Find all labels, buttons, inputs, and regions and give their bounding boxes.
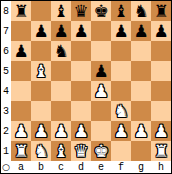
piece-black-knight[interactable]: ♞ bbox=[53, 41, 68, 61]
square-b4[interactable] bbox=[31, 81, 51, 101]
file-label-a: a bbox=[11, 161, 31, 173]
square-c1[interactable]: ♝ bbox=[51, 141, 71, 161]
piece-black-pawn[interactable]: ♟ bbox=[113, 21, 128, 41]
piece-black-queen[interactable]: ♛ bbox=[73, 1, 88, 21]
square-c3[interactable] bbox=[51, 101, 71, 121]
piece-white-pawn[interactable]: ♟ bbox=[33, 121, 48, 141]
piece-white-rook[interactable]: ♜ bbox=[153, 141, 168, 161]
chess-board-widget: 8♜♝♛♚♝♞♜7♟♟♟♟♟♟6♟♞5♝♟4♟3♞2♟♟♟♟♟♟♟1♜♞♝♛♚♜… bbox=[0, 0, 172, 174]
piece-white-knight[interactable]: ♞ bbox=[113, 101, 128, 121]
piece-white-pawn[interactable]: ♟ bbox=[93, 81, 108, 101]
square-d1[interactable]: ♛ bbox=[71, 141, 91, 161]
square-a5[interactable] bbox=[11, 61, 31, 81]
rank-label-6: 6 bbox=[1, 41, 11, 61]
file-label-c: c bbox=[51, 161, 71, 173]
square-h8[interactable]: ♜ bbox=[151, 1, 171, 21]
square-f1[interactable] bbox=[111, 141, 131, 161]
square-g7[interactable]: ♟ bbox=[131, 21, 151, 41]
square-d7[interactable]: ♟ bbox=[71, 21, 91, 41]
piece-white-pawn[interactable]: ♟ bbox=[13, 121, 28, 141]
square-h4[interactable] bbox=[151, 81, 171, 101]
square-g6[interactable] bbox=[131, 41, 151, 61]
square-b6[interactable] bbox=[31, 41, 51, 61]
square-g8[interactable]: ♞ bbox=[131, 1, 151, 21]
file-label-g: g bbox=[131, 161, 151, 173]
square-e4[interactable]: ♟ bbox=[91, 81, 111, 101]
square-a1[interactable]: ♜ bbox=[11, 141, 31, 161]
square-d4[interactable] bbox=[71, 81, 91, 101]
piece-black-pawn[interactable]: ♟ bbox=[53, 21, 68, 41]
rank-label-3: 3 bbox=[1, 101, 11, 121]
piece-black-bishop[interactable]: ♝ bbox=[53, 1, 68, 21]
piece-white-pawn[interactable]: ♟ bbox=[153, 121, 168, 141]
square-e7[interactable] bbox=[91, 21, 111, 41]
square-h3[interactable] bbox=[151, 101, 171, 121]
square-b2[interactable]: ♟ bbox=[31, 121, 51, 141]
square-h6[interactable] bbox=[151, 41, 171, 61]
square-a3[interactable] bbox=[11, 101, 31, 121]
piece-black-pawn[interactable]: ♟ bbox=[73, 21, 88, 41]
square-h5[interactable] bbox=[151, 61, 171, 81]
square-f2[interactable]: ♟ bbox=[111, 121, 131, 141]
square-g3[interactable] bbox=[131, 101, 151, 121]
piece-white-pawn[interactable]: ♟ bbox=[53, 121, 68, 141]
square-d2[interactable]: ♟ bbox=[71, 121, 91, 141]
piece-black-pawn[interactable]: ♟ bbox=[93, 61, 108, 81]
rank-label-2: 2 bbox=[1, 121, 11, 141]
square-h7[interactable]: ♟ bbox=[151, 21, 171, 41]
square-a4[interactable] bbox=[11, 81, 31, 101]
square-d5[interactable] bbox=[71, 61, 91, 81]
square-f3[interactable]: ♞ bbox=[111, 101, 131, 121]
square-d8[interactable]: ♛ bbox=[71, 1, 91, 21]
square-a6[interactable]: ♟ bbox=[11, 41, 31, 61]
piece-white-pawn[interactable]: ♟ bbox=[113, 121, 128, 141]
square-e3[interactable] bbox=[91, 101, 111, 121]
square-f7[interactable]: ♟ bbox=[111, 21, 131, 41]
square-b3[interactable] bbox=[31, 101, 51, 121]
file-label-e: e bbox=[91, 161, 111, 173]
piece-white-bishop[interactable]: ♝ bbox=[33, 61, 48, 81]
square-b1[interactable]: ♞ bbox=[31, 141, 51, 161]
file-label-f: f bbox=[111, 161, 131, 173]
piece-black-pawn[interactable]: ♟ bbox=[153, 21, 168, 41]
square-e8[interactable]: ♚ bbox=[91, 1, 111, 21]
square-d3[interactable] bbox=[71, 101, 91, 121]
rank-label-7: 7 bbox=[1, 21, 11, 41]
square-b5[interactable]: ♝ bbox=[31, 61, 51, 81]
square-f4[interactable] bbox=[111, 81, 131, 101]
piece-white-pawn[interactable]: ♟ bbox=[133, 121, 148, 141]
square-b7[interactable]: ♟ bbox=[31, 21, 51, 41]
rank-label-4: 4 bbox=[1, 81, 11, 101]
square-f6[interactable] bbox=[111, 41, 131, 61]
square-e6[interactable] bbox=[91, 41, 111, 61]
file-label-b: b bbox=[31, 161, 51, 173]
square-c6[interactable]: ♞ bbox=[51, 41, 71, 61]
piece-white-bishop[interactable]: ♝ bbox=[53, 141, 68, 161]
square-a8[interactable]: ♜ bbox=[11, 1, 31, 21]
square-g4[interactable] bbox=[131, 81, 151, 101]
square-a2[interactable]: ♟ bbox=[11, 121, 31, 141]
square-c8[interactable]: ♝ bbox=[51, 1, 71, 21]
square-c2[interactable]: ♟ bbox=[51, 121, 71, 141]
piece-white-king[interactable]: ♚ bbox=[93, 141, 108, 161]
piece-white-knight[interactable]: ♞ bbox=[33, 141, 48, 161]
square-h1[interactable]: ♜ bbox=[151, 141, 171, 161]
piece-black-rook[interactable]: ♜ bbox=[13, 1, 28, 21]
square-b8[interactable] bbox=[31, 1, 51, 21]
square-c4[interactable] bbox=[51, 81, 71, 101]
square-g5[interactable] bbox=[131, 61, 151, 81]
piece-black-king[interactable]: ♚ bbox=[93, 1, 108, 21]
piece-white-queen[interactable]: ♛ bbox=[73, 141, 88, 161]
piece-black-bishop[interactable]: ♝ bbox=[113, 1, 128, 21]
rank-label-8: 8 bbox=[1, 1, 11, 21]
side-to-move-indicator: ○ bbox=[1, 161, 11, 173]
square-a7[interactable] bbox=[11, 21, 31, 41]
piece-black-knight[interactable]: ♞ bbox=[133, 1, 148, 21]
square-c7[interactable]: ♟ bbox=[51, 21, 71, 41]
piece-black-pawn[interactable]: ♟ bbox=[13, 41, 28, 61]
square-f5[interactable] bbox=[111, 61, 131, 81]
piece-white-pawn[interactable]: ♟ bbox=[73, 121, 88, 141]
file-label-h: h bbox=[151, 161, 171, 173]
square-d6[interactable] bbox=[71, 41, 91, 61]
square-e2[interactable] bbox=[91, 121, 111, 141]
rank-label-1: 1 bbox=[1, 141, 11, 161]
piece-black-pawn[interactable]: ♟ bbox=[33, 21, 48, 41]
square-e1[interactable]: ♚ bbox=[91, 141, 111, 161]
file-label-d: d bbox=[71, 161, 91, 173]
square-g1[interactable] bbox=[131, 141, 151, 161]
square-f8[interactable]: ♝ bbox=[111, 1, 131, 21]
square-e5[interactable]: ♟ bbox=[91, 61, 111, 81]
square-h2[interactable]: ♟ bbox=[151, 121, 171, 141]
piece-black-rook[interactable]: ♜ bbox=[153, 1, 168, 21]
piece-white-rook[interactable]: ♜ bbox=[13, 141, 28, 161]
square-g2[interactable]: ♟ bbox=[131, 121, 151, 141]
square-c5[interactable] bbox=[51, 61, 71, 81]
rank-label-5: 5 bbox=[1, 61, 11, 81]
piece-black-pawn[interactable]: ♟ bbox=[133, 21, 148, 41]
